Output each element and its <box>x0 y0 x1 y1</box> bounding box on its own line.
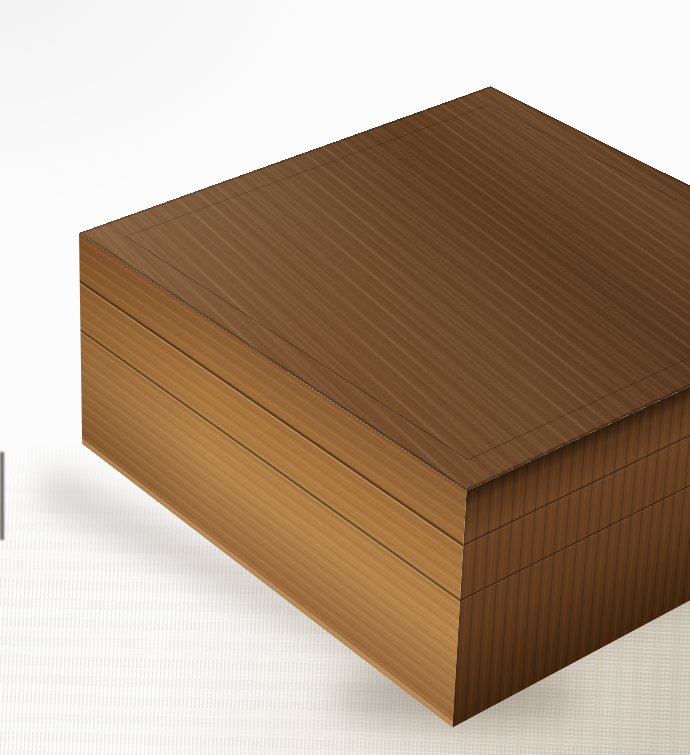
perspective-wrapper <box>0 0 690 755</box>
photo-stage <box>0 0 690 755</box>
chess-box <box>79 86 690 491</box>
